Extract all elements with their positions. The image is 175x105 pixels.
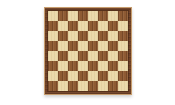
square-d2[interactable] [78,71,88,81]
square-h8[interactable] [118,11,128,21]
square-a8[interactable] [48,11,58,21]
board-frame [45,8,131,94]
square-h1[interactable] [118,81,128,91]
square-g6[interactable] [108,31,118,41]
square-e3[interactable] [88,61,98,71]
chessboard[interactable] [44,7,132,95]
square-g7[interactable] [108,21,118,31]
square-c6[interactable] [68,31,78,41]
square-e6[interactable] [88,31,98,41]
square-g1[interactable] [108,81,118,91]
square-h6[interactable] [118,31,128,41]
square-d3[interactable] [78,61,88,71]
square-e7[interactable] [88,21,98,31]
square-b6[interactable] [58,31,68,41]
square-b4[interactable] [58,51,68,61]
square-e1[interactable] [88,81,98,91]
square-g3[interactable] [108,61,118,71]
square-f6[interactable] [98,31,108,41]
square-a3[interactable] [48,61,58,71]
square-h7[interactable] [118,21,128,31]
square-c5[interactable] [68,41,78,51]
square-e5[interactable] [88,41,98,51]
square-d1[interactable] [78,81,88,91]
square-b2[interactable] [58,71,68,81]
square-d4[interactable] [78,51,88,61]
square-f4[interactable] [98,51,108,61]
square-b3[interactable] [58,61,68,71]
square-e8[interactable] [88,11,98,21]
square-g2[interactable] [108,71,118,81]
board-grid [48,11,128,91]
square-a5[interactable] [48,41,58,51]
square-b8[interactable] [58,11,68,21]
square-h4[interactable] [118,51,128,61]
square-f1[interactable] [98,81,108,91]
square-c2[interactable] [68,71,78,81]
square-g5[interactable] [108,41,118,51]
square-e4[interactable] [88,51,98,61]
square-b1[interactable] [58,81,68,91]
square-a2[interactable] [48,71,58,81]
square-c8[interactable] [68,11,78,21]
square-c3[interactable] [68,61,78,71]
square-h3[interactable] [118,61,128,71]
square-a7[interactable] [48,21,58,31]
square-d8[interactable] [78,11,88,21]
square-c1[interactable] [68,81,78,91]
square-d5[interactable] [78,41,88,51]
square-f5[interactable] [98,41,108,51]
square-g4[interactable] [108,51,118,61]
square-d6[interactable] [78,31,88,41]
square-c7[interactable] [68,21,78,31]
square-e2[interactable] [88,71,98,81]
square-h5[interactable] [118,41,128,51]
square-f3[interactable] [98,61,108,71]
square-g8[interactable] [108,11,118,21]
square-d7[interactable] [78,21,88,31]
square-c4[interactable] [68,51,78,61]
square-h2[interactable] [118,71,128,81]
square-a1[interactable] [48,81,58,91]
square-a6[interactable] [48,31,58,41]
board-photo [0,0,175,105]
square-f7[interactable] [98,21,108,31]
square-f2[interactable] [98,71,108,81]
square-b7[interactable] [58,21,68,31]
square-b5[interactable] [58,41,68,51]
square-a4[interactable] [48,51,58,61]
square-f8[interactable] [98,11,108,21]
